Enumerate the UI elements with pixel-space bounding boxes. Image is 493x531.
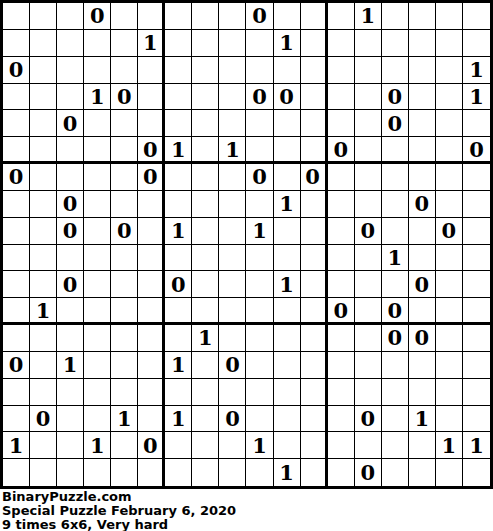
cell-r12c9[interactable] [219, 298, 246, 325]
cell-r2c14[interactable] [355, 30, 382, 57]
cell-r11c12[interactable] [301, 271, 328, 298]
cell-r10c18[interactable] [463, 245, 490, 272]
cell-r5c2[interactable] [30, 110, 57, 137]
cell-r3c11[interactable] [274, 57, 301, 84]
cell-r15c2[interactable] [30, 379, 57, 406]
cell-r6c15[interactable] [382, 137, 409, 164]
cell-r11c9[interactable] [219, 271, 246, 298]
cell-r7c18[interactable] [463, 164, 490, 191]
cell-r17c3[interactable] [57, 432, 84, 459]
cell-r10c11[interactable] [274, 245, 301, 272]
cell-r5c14[interactable] [355, 110, 382, 137]
cell-r5c3: 0 [57, 110, 84, 137]
cell-r4c13[interactable] [328, 84, 355, 111]
cell-r7c5[interactable] [111, 164, 138, 191]
cell-r12c7[interactable] [165, 298, 192, 325]
cell-r15c10[interactable] [246, 379, 273, 406]
binary-puzzle-board: 0011101100001000110000000100011001001010… [0, 0, 493, 489]
cell-r7c4[interactable] [84, 164, 111, 191]
cell-r4c14[interactable] [355, 84, 382, 111]
cell-r14c15[interactable] [382, 352, 409, 379]
cell-r11c5[interactable] [111, 271, 138, 298]
cell-r15c15[interactable] [382, 379, 409, 406]
cell-r11c17[interactable] [436, 271, 463, 298]
cell-r14c10[interactable] [246, 352, 273, 379]
cell-r18c7[interactable] [165, 459, 192, 486]
cell-r12c1[interactable] [3, 298, 30, 325]
cell-r15c3[interactable] [57, 379, 84, 406]
cell-r12c11[interactable] [274, 298, 301, 325]
cell-r13c2[interactable] [30, 325, 57, 352]
cell-r16c15[interactable] [382, 406, 409, 433]
cell-r11c3: 0 [57, 271, 84, 298]
cell-r6c18: 0 [463, 137, 490, 164]
cell-r3c5[interactable] [111, 57, 138, 84]
cell-r9c15[interactable] [382, 218, 409, 245]
cell-r15c18[interactable] [463, 379, 490, 406]
cell-r8c17[interactable] [436, 191, 463, 218]
cell-r18c17[interactable] [436, 459, 463, 486]
cell-r1c8[interactable] [192, 3, 219, 30]
cell-r8c8[interactable] [192, 191, 219, 218]
cell-r16c1[interactable] [3, 406, 30, 433]
cell-r3c13[interactable] [328, 57, 355, 84]
cell-r11c8[interactable] [192, 271, 219, 298]
cell-r2c17[interactable] [436, 30, 463, 57]
cell-r4c17[interactable] [436, 84, 463, 111]
cell-r2c6: 1 [138, 30, 165, 57]
cell-r14c6[interactable] [138, 352, 165, 379]
cell-r4c4: 1 [84, 84, 111, 111]
cell-r15c12[interactable] [301, 379, 328, 406]
cell-r4c2[interactable] [30, 84, 57, 111]
cell-r1c3[interactable] [57, 3, 84, 30]
cell-r10c15: 1 [382, 245, 409, 272]
cell-r5c13[interactable] [328, 110, 355, 137]
cell-r16c14: 0 [355, 406, 382, 433]
cell-r18c18[interactable] [463, 459, 490, 486]
cell-r10c2[interactable] [30, 245, 57, 272]
cell-r11c16: 0 [409, 271, 436, 298]
cell-r10c4[interactable] [84, 245, 111, 272]
cell-r13c17[interactable] [436, 325, 463, 352]
cell-r9c16[interactable] [409, 218, 436, 245]
cell-r8c13[interactable] [328, 191, 355, 218]
cell-r10c13[interactable] [328, 245, 355, 272]
cell-r16c12[interactable] [301, 406, 328, 433]
cell-r17c15[interactable] [382, 432, 409, 459]
cell-r6c1[interactable] [3, 137, 30, 164]
cell-r15c1[interactable] [3, 379, 30, 406]
cell-r17c11[interactable] [274, 432, 301, 459]
cell-r12c16[interactable] [409, 298, 436, 325]
cell-r18c9[interactable] [219, 459, 246, 486]
cell-r7c3[interactable] [57, 164, 84, 191]
cell-r12c4[interactable] [84, 298, 111, 325]
cell-r12c8[interactable] [192, 298, 219, 325]
cell-r18c11: 1 [274, 459, 301, 486]
cell-r18c16[interactable] [409, 459, 436, 486]
cell-r13c6[interactable] [138, 325, 165, 352]
cell-r13c9[interactable] [219, 325, 246, 352]
cell-r14c7: 1 [165, 352, 192, 379]
cell-r13c10[interactable] [246, 325, 273, 352]
cell-r9c9[interactable] [219, 218, 246, 245]
cell-r10c14[interactable] [355, 245, 382, 272]
cell-r14c18[interactable] [463, 352, 490, 379]
cell-r11c4[interactable] [84, 271, 111, 298]
cell-r13c1[interactable] [3, 325, 30, 352]
cell-r18c4[interactable] [84, 459, 111, 486]
cell-r18c14: 0 [355, 459, 382, 486]
cell-r5c12[interactable] [301, 110, 328, 137]
cell-r11c14[interactable] [355, 271, 382, 298]
cell-r7c7[interactable] [165, 164, 192, 191]
cell-r7c17[interactable] [436, 164, 463, 191]
cell-r4c8[interactable] [192, 84, 219, 111]
cell-r3c2[interactable] [30, 57, 57, 84]
cell-r8c10[interactable] [246, 191, 273, 218]
cell-r7c13[interactable] [328, 164, 355, 191]
cell-r6c2[interactable] [30, 137, 57, 164]
cell-r1c1[interactable] [3, 3, 30, 30]
cell-r7c10: 0 [246, 164, 273, 191]
cell-r15c17[interactable] [436, 379, 463, 406]
cell-r6c12[interactable] [301, 137, 328, 164]
cell-r6c3[interactable] [57, 137, 84, 164]
cell-r14c14[interactable] [355, 352, 382, 379]
cell-r16c18[interactable] [463, 406, 490, 433]
cell-r12c3[interactable] [57, 298, 84, 325]
cell-r18c2[interactable] [30, 459, 57, 486]
cell-r11c13[interactable] [328, 271, 355, 298]
cell-r6c4[interactable] [84, 137, 111, 164]
cell-r9c18[interactable] [463, 218, 490, 245]
cell-r16c11[interactable] [274, 406, 301, 433]
cell-r18c6[interactable] [138, 459, 165, 486]
cell-r9c14: 0 [355, 218, 382, 245]
cell-r5c9[interactable] [219, 110, 246, 137]
cell-r1c13[interactable] [328, 3, 355, 30]
cell-r13c13[interactable] [328, 325, 355, 352]
cell-r13c7[interactable] [165, 325, 192, 352]
puzzle-details: 9 times 6x6, Very hard [2, 518, 493, 531]
cell-r6c13: 0 [328, 137, 355, 164]
cell-r10c5[interactable] [111, 245, 138, 272]
cell-r6c14[interactable] [355, 137, 382, 164]
cell-r5c6[interactable] [138, 110, 165, 137]
puzzle-title: Special Puzzle February 6, 2020 [2, 504, 493, 518]
cell-r11c2[interactable] [30, 271, 57, 298]
cell-r1c9[interactable] [219, 3, 246, 30]
cell-r12c2: 1 [30, 298, 57, 325]
cell-r8c1[interactable] [3, 191, 30, 218]
cell-r2c1[interactable] [3, 30, 30, 57]
cell-r2c5[interactable] [111, 30, 138, 57]
cell-r13c11[interactable] [274, 325, 301, 352]
cell-r7c6: 0 [138, 164, 165, 191]
cell-r7c15[interactable] [382, 164, 409, 191]
cell-r6c10[interactable] [246, 137, 273, 164]
cell-r10c16[interactable] [409, 245, 436, 272]
cell-r17c2[interactable] [30, 432, 57, 459]
cell-r17c8[interactable] [192, 432, 219, 459]
cell-r4c11: 0 [274, 84, 301, 111]
cell-r2c3[interactable] [57, 30, 84, 57]
cell-r14c12[interactable] [301, 352, 328, 379]
cell-r2c10[interactable] [246, 30, 273, 57]
cell-r13c18[interactable] [463, 325, 490, 352]
cell-r3c7[interactable] [165, 57, 192, 84]
cell-r12c15: 0 [382, 298, 409, 325]
cell-r18c8[interactable] [192, 459, 219, 486]
cell-r12c18[interactable] [463, 298, 490, 325]
cell-r8c4[interactable] [84, 191, 111, 218]
cell-r1c2[interactable] [30, 3, 57, 30]
cell-r3c10[interactable] [246, 57, 273, 84]
cell-r10c8[interactable] [192, 245, 219, 272]
cell-r2c7[interactable] [165, 30, 192, 57]
cell-r2c9[interactable] [219, 30, 246, 57]
cell-r9c2[interactable] [30, 218, 57, 245]
cell-r3c4[interactable] [84, 57, 111, 84]
cell-r8c9[interactable] [219, 191, 246, 218]
cell-r7c9[interactable] [219, 164, 246, 191]
cell-r3c9[interactable] [219, 57, 246, 84]
cell-r3c18: 1 [463, 57, 490, 84]
cell-r14c16[interactable] [409, 352, 436, 379]
cell-r9c13[interactable] [328, 218, 355, 245]
cell-r7c2[interactable] [30, 164, 57, 191]
cell-r11c1[interactable] [3, 271, 30, 298]
cell-r12c14[interactable] [355, 298, 382, 325]
cell-r14c4[interactable] [84, 352, 111, 379]
cell-r5c16[interactable] [409, 110, 436, 137]
cell-r17c6: 0 [138, 432, 165, 459]
cell-r14c2[interactable] [30, 352, 57, 379]
cell-r8c7[interactable] [165, 191, 192, 218]
cell-r11c11: 1 [274, 271, 301, 298]
cell-r16c8[interactable] [192, 406, 219, 433]
cell-r18c5[interactable] [111, 459, 138, 486]
cell-r4c16[interactable] [409, 84, 436, 111]
cell-r10c12[interactable] [301, 245, 328, 272]
cell-r5c18[interactable] [463, 110, 490, 137]
cell-r1c6[interactable] [138, 3, 165, 30]
cell-r9c11[interactable] [274, 218, 301, 245]
cell-r6c5[interactable] [111, 137, 138, 164]
cell-r5c1[interactable] [3, 110, 30, 137]
cell-r1c17[interactable] [436, 3, 463, 30]
cell-r16c17[interactable] [436, 406, 463, 433]
cell-r2c11: 1 [274, 30, 301, 57]
cell-r2c4[interactable] [84, 30, 111, 57]
cell-r8c14[interactable] [355, 191, 382, 218]
cell-r16c10[interactable] [246, 406, 273, 433]
cell-r6c17[interactable] [436, 137, 463, 164]
cell-r13c3[interactable] [57, 325, 84, 352]
cell-r5c7[interactable] [165, 110, 192, 137]
cell-r10c7[interactable] [165, 245, 192, 272]
cell-r5c17[interactable] [436, 110, 463, 137]
cell-r12c5[interactable] [111, 298, 138, 325]
cell-r12c12[interactable] [301, 298, 328, 325]
cell-r18c13[interactable] [328, 459, 355, 486]
cell-r17c14[interactable] [355, 432, 382, 459]
cell-r15c5[interactable] [111, 379, 138, 406]
cell-r1c16[interactable] [409, 3, 436, 30]
cell-r3c17[interactable] [436, 57, 463, 84]
cell-r8c5[interactable] [111, 191, 138, 218]
cell-r10c10[interactable] [246, 245, 273, 272]
cell-r3c15[interactable] [382, 57, 409, 84]
cell-r18c3[interactable] [57, 459, 84, 486]
cell-r1c7[interactable] [165, 3, 192, 30]
cell-r8c15[interactable] [382, 191, 409, 218]
cell-r8c2[interactable] [30, 191, 57, 218]
cell-r4c3[interactable] [57, 84, 84, 111]
cell-r16c3[interactable] [57, 406, 84, 433]
cell-r13c15: 0 [382, 325, 409, 352]
cell-r6c11[interactable] [274, 137, 301, 164]
cell-r13c4[interactable] [84, 325, 111, 352]
cell-r9c8[interactable] [192, 218, 219, 245]
cell-r14c13[interactable] [328, 352, 355, 379]
cell-r9c4[interactable] [84, 218, 111, 245]
cell-r5c4[interactable] [84, 110, 111, 137]
cell-r5c8[interactable] [192, 110, 219, 137]
cell-r13c5[interactable] [111, 325, 138, 352]
cell-r14c9: 0 [219, 352, 246, 379]
cell-r14c11[interactable] [274, 352, 301, 379]
cell-r18c1[interactable] [3, 459, 30, 486]
cell-r15c7[interactable] [165, 379, 192, 406]
cell-r15c6[interactable] [138, 379, 165, 406]
cell-r1c12[interactable] [301, 3, 328, 30]
cell-r2c15[interactable] [382, 30, 409, 57]
cell-r2c16[interactable] [409, 30, 436, 57]
cell-r9c6[interactable] [138, 218, 165, 245]
cell-r4c1[interactable] [3, 84, 30, 111]
cell-r15c16[interactable] [409, 379, 436, 406]
cell-r10c6[interactable] [138, 245, 165, 272]
cell-r11c15[interactable] [382, 271, 409, 298]
cell-r1c5[interactable] [111, 3, 138, 30]
cell-r17c7[interactable] [165, 432, 192, 459]
cell-r11c7: 0 [165, 271, 192, 298]
cell-r3c8[interactable] [192, 57, 219, 84]
cell-r3c12[interactable] [301, 57, 328, 84]
cell-r3c3[interactable] [57, 57, 84, 84]
cell-r2c2[interactable] [30, 30, 57, 57]
cell-r9c1[interactable] [3, 218, 30, 245]
cell-r5c11[interactable] [274, 110, 301, 137]
cell-r2c8[interactable] [192, 30, 219, 57]
cell-r5c10[interactable] [246, 110, 273, 137]
cell-r18c15[interactable] [382, 459, 409, 486]
cell-r4c7[interactable] [165, 84, 192, 111]
cell-r13c12[interactable] [301, 325, 328, 352]
cell-r16c4[interactable] [84, 406, 111, 433]
cell-r10c1[interactable] [3, 245, 30, 272]
cell-r15c13[interactable] [328, 379, 355, 406]
cell-r18c12[interactable] [301, 459, 328, 486]
cell-r16c13[interactable] [328, 406, 355, 433]
cell-r15c11[interactable] [274, 379, 301, 406]
cell-r11c6[interactable] [138, 271, 165, 298]
cell-r17c16[interactable] [409, 432, 436, 459]
cell-r10c9[interactable] [219, 245, 246, 272]
cell-r3c14[interactable] [355, 57, 382, 84]
cell-r1c11[interactable] [274, 3, 301, 30]
cell-r12c17[interactable] [436, 298, 463, 325]
cell-r18c10[interactable] [246, 459, 273, 486]
cell-r10c3[interactable] [57, 245, 84, 272]
cell-r8c18[interactable] [463, 191, 490, 218]
cell-r14c17[interactable] [436, 352, 463, 379]
cell-r6c9: 1 [219, 137, 246, 164]
cell-r17c1: 1 [3, 432, 30, 459]
cell-r10c17[interactable] [436, 245, 463, 272]
cell-r9c7: 1 [165, 218, 192, 245]
cell-r15c8[interactable] [192, 379, 219, 406]
cell-r2c12[interactable] [301, 30, 328, 57]
cell-r4c15: 0 [382, 84, 409, 111]
cell-r17c12[interactable] [301, 432, 328, 459]
cell-r6c8[interactable] [192, 137, 219, 164]
cell-r2c18[interactable] [463, 30, 490, 57]
cell-r4c10: 0 [246, 84, 273, 111]
cell-r8c6[interactable] [138, 191, 165, 218]
cell-r15c14[interactable] [355, 379, 382, 406]
cell-r17c5[interactable] [111, 432, 138, 459]
cell-r14c5[interactable] [111, 352, 138, 379]
cell-r8c11: 1 [274, 191, 301, 218]
cell-r11c10[interactable] [246, 271, 273, 298]
cell-r7c1: 0 [3, 164, 30, 191]
cell-r13c14[interactable] [355, 325, 382, 352]
cell-r17c9[interactable] [219, 432, 246, 459]
cell-r6c16[interactable] [409, 137, 436, 164]
cell-r13c16: 0 [409, 325, 436, 352]
cell-r14c8[interactable] [192, 352, 219, 379]
cell-r7c14[interactable] [355, 164, 382, 191]
cell-r2c13[interactable] [328, 30, 355, 57]
cell-r15c9[interactable] [219, 379, 246, 406]
cell-r4c6[interactable] [138, 84, 165, 111]
cell-r4c12[interactable] [301, 84, 328, 111]
cell-r11c18[interactable] [463, 271, 490, 298]
cell-r7c16[interactable] [409, 164, 436, 191]
cell-r1c18[interactable] [463, 3, 490, 30]
cell-r8c12[interactable] [301, 191, 328, 218]
cell-r3c6[interactable] [138, 57, 165, 84]
cell-r15c4[interactable] [84, 379, 111, 406]
cell-r7c11[interactable] [274, 164, 301, 191]
cell-r6c6: 0 [138, 137, 165, 164]
cell-r12c10[interactable] [246, 298, 273, 325]
cell-r7c8[interactable] [192, 164, 219, 191]
cell-r4c9[interactable] [219, 84, 246, 111]
cell-r3c16[interactable] [409, 57, 436, 84]
cell-r17c13[interactable] [328, 432, 355, 459]
cell-r12c6[interactable] [138, 298, 165, 325]
cell-r8c16: 0 [409, 191, 436, 218]
cell-r5c5[interactable] [111, 110, 138, 137]
cell-r1c15[interactable] [382, 3, 409, 30]
cell-r9c12[interactable] [301, 218, 328, 245]
cell-r16c6[interactable] [138, 406, 165, 433]
